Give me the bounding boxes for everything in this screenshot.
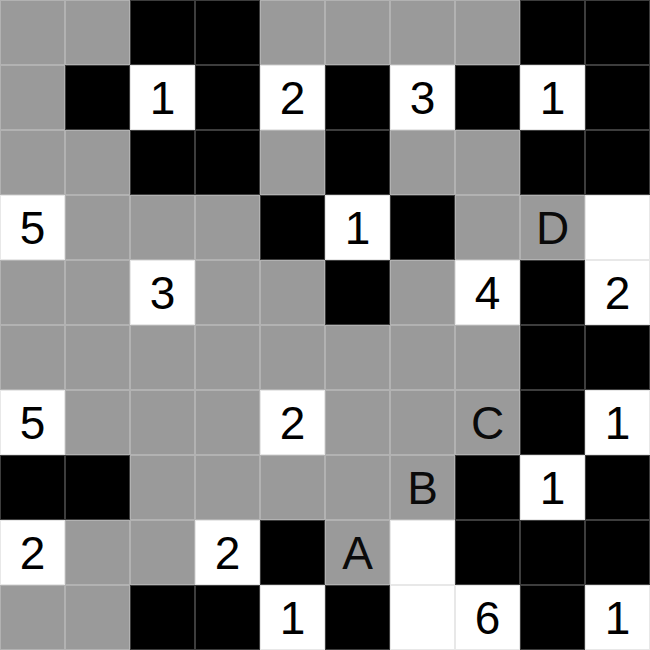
cell-r1c0[interactable] — [0, 65, 65, 130]
cell-r9c1[interactable] — [65, 585, 130, 650]
option-cell-C[interactable]: C — [455, 390, 520, 455]
cell-r8c8[interactable] — [520, 520, 585, 585]
cell-r6c8[interactable] — [520, 390, 585, 455]
cell-r8c6 — [390, 520, 455, 585]
cell-r5c4[interactable] — [260, 325, 325, 390]
cell-r1c1[interactable] — [65, 65, 130, 130]
cell-r0c0[interactable] — [0, 0, 65, 65]
cell-r9c2[interactable] — [130, 585, 195, 650]
cell-r5c8[interactable] — [520, 325, 585, 390]
cell-r8c9[interactable] — [585, 520, 650, 585]
cell-r6c2[interactable] — [130, 390, 195, 455]
cell-r9c0[interactable] — [0, 585, 65, 650]
cell-r2c7[interactable] — [455, 130, 520, 195]
cell-r2c2[interactable] — [130, 130, 195, 195]
cell-r5c0[interactable] — [0, 325, 65, 390]
cell-r3c5: 1 — [325, 195, 390, 260]
cell-r9c7: 6 — [455, 585, 520, 650]
cell-r1c5[interactable] — [325, 65, 390, 130]
cell-r0c6[interactable] — [390, 0, 455, 65]
puzzle-board: 123151D34252C1B122A161 — [0, 0, 650, 650]
option-cell-B[interactable]: B — [390, 455, 455, 520]
cell-r6c0: 5 — [0, 390, 65, 455]
cell-r8c7[interactable] — [455, 520, 520, 585]
cell-r1c8: 1 — [520, 65, 585, 130]
option-cell-D[interactable]: D — [520, 195, 585, 260]
cell-r0c8[interactable] — [520, 0, 585, 65]
cell-r9c5[interactable] — [325, 585, 390, 650]
cell-r6c3[interactable] — [195, 390, 260, 455]
cell-r2c8[interactable] — [520, 130, 585, 195]
cell-r4c2: 3 — [130, 260, 195, 325]
cell-r7c1[interactable] — [65, 455, 130, 520]
cell-r3c7[interactable] — [455, 195, 520, 260]
cell-r5c7[interactable] — [455, 325, 520, 390]
cell-r3c0: 5 — [0, 195, 65, 260]
cell-r8c3: 2 — [195, 520, 260, 585]
cell-r9c3[interactable] — [195, 585, 260, 650]
cell-r4c9: 2 — [585, 260, 650, 325]
cell-r4c0[interactable] — [0, 260, 65, 325]
cell-r1c4: 2 — [260, 65, 325, 130]
cell-r9c8[interactable] — [520, 585, 585, 650]
cell-r4c5[interactable] — [325, 260, 390, 325]
cell-r2c3[interactable] — [195, 130, 260, 195]
cell-r2c1[interactable] — [65, 130, 130, 195]
cell-r6c9: 1 — [585, 390, 650, 455]
cell-r1c7[interactable] — [455, 65, 520, 130]
cell-r2c9[interactable] — [585, 130, 650, 195]
cell-r1c3[interactable] — [195, 65, 260, 130]
cell-r3c9 — [585, 195, 650, 260]
cell-r0c3[interactable] — [195, 0, 260, 65]
cell-r4c8[interactable] — [520, 260, 585, 325]
cell-r2c5[interactable] — [325, 130, 390, 195]
cell-r8c0: 2 — [0, 520, 65, 585]
cell-r7c5[interactable] — [325, 455, 390, 520]
cell-r4c6[interactable] — [390, 260, 455, 325]
cell-r0c2[interactable] — [130, 0, 195, 65]
cell-r5c3[interactable] — [195, 325, 260, 390]
cell-r5c6[interactable] — [390, 325, 455, 390]
cell-r7c7[interactable] — [455, 455, 520, 520]
cell-r0c5[interactable] — [325, 0, 390, 65]
cell-r4c4[interactable] — [260, 260, 325, 325]
cell-r8c1[interactable] — [65, 520, 130, 585]
cell-r7c8: 1 — [520, 455, 585, 520]
cell-r4c7: 4 — [455, 260, 520, 325]
cell-r5c5[interactable] — [325, 325, 390, 390]
cell-r7c9[interactable] — [585, 455, 650, 520]
cell-r0c4[interactable] — [260, 0, 325, 65]
cell-r2c4[interactable] — [260, 130, 325, 195]
cell-r1c2: 1 — [130, 65, 195, 130]
cell-r5c1[interactable] — [65, 325, 130, 390]
cell-r5c9[interactable] — [585, 325, 650, 390]
cell-r2c6[interactable] — [390, 130, 455, 195]
cell-r2c0[interactable] — [0, 130, 65, 195]
cell-r6c4: 2 — [260, 390, 325, 455]
cell-r8c4[interactable] — [260, 520, 325, 585]
cell-r3c4[interactable] — [260, 195, 325, 260]
cell-r3c3[interactable] — [195, 195, 260, 260]
cell-r8c2[interactable] — [130, 520, 195, 585]
cell-r9c6 — [390, 585, 455, 650]
cell-r0c7[interactable] — [455, 0, 520, 65]
cell-r4c1[interactable] — [65, 260, 130, 325]
cell-r7c3[interactable] — [195, 455, 260, 520]
cell-r7c2[interactable] — [130, 455, 195, 520]
cell-r6c5[interactable] — [325, 390, 390, 455]
cell-r0c9[interactable] — [585, 0, 650, 65]
cell-r4c3[interactable] — [195, 260, 260, 325]
cell-r3c1[interactable] — [65, 195, 130, 260]
cell-r1c6: 3 — [390, 65, 455, 130]
cell-r5c2[interactable] — [130, 325, 195, 390]
cell-r3c2[interactable] — [130, 195, 195, 260]
cell-r3c6[interactable] — [390, 195, 455, 260]
cell-r1c9[interactable] — [585, 65, 650, 130]
cell-r6c1[interactable] — [65, 390, 130, 455]
cell-r0c1[interactable] — [65, 0, 130, 65]
cell-r7c0[interactable] — [0, 455, 65, 520]
cell-r7c4[interactable] — [260, 455, 325, 520]
cell-r6c6[interactable] — [390, 390, 455, 455]
cell-r9c4: 1 — [260, 585, 325, 650]
cell-r9c9: 1 — [585, 585, 650, 650]
option-cell-A[interactable]: A — [325, 520, 390, 585]
